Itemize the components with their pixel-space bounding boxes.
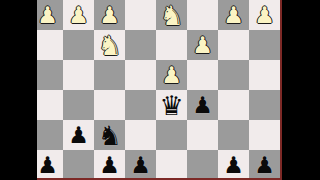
- square-c6[interactable]: [187, 120, 218, 150]
- chess-app-window: ♟♟♟♞♟♟♞♟♟♛♟♟♞♟♟♟♟♟: [0, 0, 320, 180]
- square-f2[interactable]: ♟: [94, 0, 125, 30]
- square-f7[interactable]: ♟: [94, 150, 125, 180]
- white-pawn: ♟: [161, 64, 182, 87]
- black-pawn: ♟: [254, 154, 275, 177]
- white-pawn: ♟: [99, 4, 120, 27]
- square-c7[interactable]: [187, 150, 218, 180]
- square-f5[interactable]: [94, 90, 125, 120]
- square-e4[interactable]: [125, 60, 156, 90]
- square-b3[interactable]: [218, 30, 249, 60]
- square-e2[interactable]: [125, 0, 156, 30]
- square-g7[interactable]: [63, 150, 94, 180]
- black-pawn: ♟: [192, 94, 213, 117]
- square-b6[interactable]: [218, 120, 249, 150]
- left-letterbox-bar: [0, 0, 37, 180]
- square-b2[interactable]: ♟: [218, 0, 249, 30]
- square-e5[interactable]: [125, 90, 156, 120]
- square-e6[interactable]: [125, 120, 156, 150]
- square-b5[interactable]: [218, 90, 249, 120]
- white-pawn: ♟: [254, 4, 275, 27]
- black-queen: ♛: [159, 92, 183, 119]
- square-d7[interactable]: [156, 150, 187, 180]
- square-f4[interactable]: [94, 60, 125, 90]
- black-knight: ♞: [97, 122, 121, 149]
- square-g3[interactable]: [63, 30, 94, 60]
- square-e7[interactable]: ♟: [125, 150, 156, 180]
- white-pawn: ♟: [223, 4, 244, 27]
- white-pawn: ♟: [37, 4, 58, 27]
- square-b4[interactable]: [218, 60, 249, 90]
- square-c3[interactable]: ♟: [187, 30, 218, 60]
- square-a6[interactable]: [249, 120, 280, 150]
- white-knight: ♞: [159, 2, 183, 29]
- black-pawn: ♟: [37, 154, 58, 177]
- square-a5[interactable]: [249, 90, 280, 120]
- square-c4[interactable]: [187, 60, 218, 90]
- black-pawn: ♟: [223, 154, 244, 177]
- square-d4[interactable]: ♟: [156, 60, 187, 90]
- square-f3[interactable]: ♞: [94, 30, 125, 60]
- chess-board: ♟♟♟♞♟♟♞♟♟♛♟♟♞♟♟♟♟♟: [32, 0, 280, 180]
- square-d2[interactable]: ♞: [156, 0, 187, 30]
- white-knight: ♞: [97, 32, 121, 59]
- white-pawn: ♟: [68, 4, 89, 27]
- square-a7[interactable]: ♟: [249, 150, 280, 180]
- square-g4[interactable]: [63, 60, 94, 90]
- black-pawn: ♟: [68, 124, 89, 147]
- square-d3[interactable]: [156, 30, 187, 60]
- board-edge-line-bottom: [32, 178, 282, 180]
- square-a2[interactable]: ♟: [249, 0, 280, 30]
- square-d6[interactable]: [156, 120, 187, 150]
- square-g2[interactable]: ♟: [63, 0, 94, 30]
- black-pawn: ♟: [99, 154, 120, 177]
- square-a4[interactable]: [249, 60, 280, 90]
- square-c2[interactable]: [187, 0, 218, 30]
- right-letterbox-bar: [282, 0, 320, 180]
- square-a3[interactable]: [249, 30, 280, 60]
- white-pawn: ♟: [192, 34, 213, 57]
- square-e3[interactable]: [125, 30, 156, 60]
- square-d5[interactable]: ♛: [156, 90, 187, 120]
- square-b7[interactable]: ♟: [218, 150, 249, 180]
- square-g5[interactable]: [63, 90, 94, 120]
- square-f6[interactable]: ♞: [94, 120, 125, 150]
- black-pawn: ♟: [130, 154, 151, 177]
- square-g6[interactable]: ♟: [63, 120, 94, 150]
- square-c5[interactable]: ♟: [187, 90, 218, 120]
